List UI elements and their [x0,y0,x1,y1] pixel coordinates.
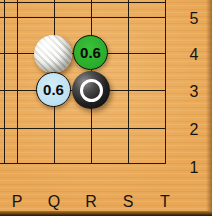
col-label-t: T [155,193,175,211]
grid-line-row-1 [0,163,166,164]
col-label-r: R [81,193,101,211]
grid-line-col-s [128,0,129,164]
row-label-3: 3 [184,83,204,101]
white-stone-q4 [34,35,72,73]
go-board[interactable]: 0.6 0.6 5 4 3 2 1 P Q R S T [0,0,212,216]
col-label-q: Q [44,193,64,211]
grid-line-partial-top [0,2,166,3]
grid-line-row-2 [0,128,166,129]
board-side-edge [206,0,212,216]
grid-line-row-5 [0,17,166,18]
row-label-5: 5 [184,10,204,28]
row-label-1: 1 [184,159,204,177]
grid-line-col-p [17,0,18,164]
suggestion-stone-green-r4[interactable]: 0.6 [73,35,108,70]
row-label-2: 2 [184,121,204,139]
suggestion-value-label: 0.6 [43,82,64,97]
board-front-edge [0,211,212,216]
grid-line-col-t [165,0,166,164]
suggestion-value-label: 0.6 [80,45,101,60]
row-label-4: 4 [184,46,204,64]
suggestion-stone-blue-q3[interactable]: 0.6 [36,72,71,107]
grid-line-partial-left [4,0,5,164]
black-stone-r3 [72,71,110,109]
last-move-circle-marker-icon [80,79,103,102]
col-label-p: P [7,193,27,211]
col-label-s: S [118,193,138,211]
